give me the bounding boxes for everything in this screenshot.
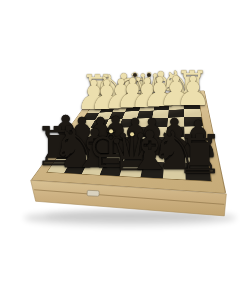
square-a5[interactable] bbox=[184, 126, 204, 137]
square-b7[interactable] bbox=[164, 149, 186, 163]
square-b8[interactable] bbox=[162, 162, 186, 179]
square-a7[interactable] bbox=[185, 149, 208, 164]
square-c6[interactable] bbox=[146, 137, 166, 149]
square-a6[interactable] bbox=[185, 137, 207, 149]
square-b4[interactable] bbox=[167, 117, 185, 127]
square-c4[interactable] bbox=[150, 118, 168, 127]
square-c8[interactable] bbox=[140, 162, 163, 179]
square-a4[interactable] bbox=[184, 117, 203, 127]
box-clasp bbox=[87, 190, 99, 196]
square-b5[interactable] bbox=[166, 127, 185, 138]
chess-set-photo: ♜♞♝♚♛♝♞♜♟♟♟♟♟♟♟♟♟♟♟♟♟♟♟♟♜♞♝♚♛♝♞♜ bbox=[0, 0, 240, 303]
square-c7[interactable] bbox=[143, 149, 165, 163]
square-a8[interactable] bbox=[185, 163, 211, 181]
square-c5[interactable] bbox=[148, 127, 167, 137]
square-b6[interactable] bbox=[165, 137, 185, 149]
